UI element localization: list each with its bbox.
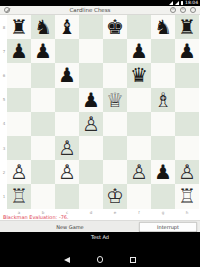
square-g8[interactable]: ♞ [151,15,175,39]
file-label-g: g [151,210,175,215]
piece-p: ♟ [130,41,148,61]
square-b2[interactable] [31,160,55,184]
ad-label: Test Ad [91,234,109,240]
square-f2[interactable]: ♙ [127,160,151,184]
circle-slash-icon[interactable] [4,7,10,13]
square-d3[interactable] [79,136,103,160]
piece-P: ♙ [58,138,76,158]
piece-p: ♟ [178,41,196,61]
square-b1[interactable] [31,184,55,208]
square-e3[interactable] [103,136,127,160]
more-icon[interactable]: ⋮ [190,7,196,13]
piece-p: ♟ [10,41,28,61]
piece-P: ♙ [10,162,28,182]
piece-r: ♜ [10,17,28,37]
rank-label-8: 8 [2,25,7,30]
square-f1[interactable] [127,184,151,208]
piece-n: ♞ [34,17,52,37]
square-d8[interactable] [79,15,103,39]
signal-icon [175,1,179,5]
rank-label-5: 5 [2,97,7,102]
square-b7[interactable]: ♟ [31,39,55,63]
square-h7[interactable]: ♟ [175,39,199,63]
piece-B: ♗ [154,90,172,110]
square-b3[interactable] [31,136,55,160]
piece-k: ♚ [106,17,124,37]
piece-R: ♖ [178,186,196,206]
evaluation-text: Blackman Evaluation: -76. [3,214,69,220]
square-c4[interactable] [55,112,79,136]
square-e6[interactable] [103,63,127,87]
square-c2[interactable]: ♙ [55,160,79,184]
app-bar: Cardline Chess ↺ ↻ ⋮ [0,6,200,15]
piece-P: ♙ [58,162,76,182]
square-e5[interactable]: ♕ [103,88,127,112]
square-f7[interactable]: ♟ [127,39,151,63]
square-f6[interactable]: ♛ [127,63,151,87]
app-screen: 18:04 Cardline Chess ↺ ↻ ⋮ 87654321 ♜♞♝♚… [0,0,200,267]
piece-p: ♟ [82,90,100,110]
square-d6[interactable] [79,63,103,87]
piece-n: ♞ [154,17,172,37]
square-a7[interactable]: ♟ [7,39,31,63]
square-d1[interactable] [79,184,103,208]
square-c3[interactable]: ♙ [55,136,79,160]
square-g2[interactable]: ♟ [151,160,175,184]
square-c5[interactable] [55,88,79,112]
nav-bar [0,252,200,267]
undo-icon[interactable]: ↺ [170,7,176,13]
file-label-h: h [175,210,199,215]
square-d2[interactable] [79,160,103,184]
rank-label-7: 7 [2,49,7,54]
square-b8[interactable]: ♞ [31,15,55,39]
square-c1[interactable] [55,184,79,208]
square-e1[interactable]: ♔ [103,184,127,208]
rank-label-1: 1 [2,194,7,199]
square-g7[interactable] [151,39,175,63]
square-a4[interactable] [7,112,31,136]
square-e4[interactable] [103,112,127,136]
square-c8[interactable]: ♝ [55,15,79,39]
rank-label-2: 2 [2,170,7,175]
square-g5[interactable]: ♗ [151,88,175,112]
piece-R: ♖ [10,186,28,206]
file-label-f: f [127,210,151,215]
square-g4[interactable] [151,112,175,136]
square-f3[interactable] [127,136,151,160]
wifi-icon [169,1,173,5]
redo-icon[interactable]: ↻ [180,7,186,13]
piece-K: ♔ [106,186,124,206]
file-label-d: d [79,210,103,215]
rank-label-6: 6 [2,73,7,78]
square-h2[interactable]: ♙ [175,160,199,184]
square-a8[interactable]: ♜ [7,15,31,39]
piece-p: ♟ [34,41,52,61]
square-d4[interactable]: ♙ [79,112,103,136]
board: ♜♞♝♚♞♜♟♟♟♟♟♛♟♕♗♙♙♙♙♙♟♙♖♔♖ [7,15,199,209]
piece-q: ♛ [130,65,148,85]
interrupt-button[interactable]: Interrupt [139,222,197,232]
square-f5[interactable] [127,88,151,112]
square-e8[interactable]: ♚ [103,15,127,39]
square-h8[interactable]: ♜ [175,15,199,39]
square-g3[interactable] [151,136,175,160]
battery-icon [181,1,184,5]
square-c7[interactable] [55,39,79,63]
square-e7[interactable] [103,39,127,63]
piece-p: ♟ [154,162,172,182]
piece-P: ♙ [178,162,196,182]
square-a2[interactable]: ♙ [7,160,31,184]
square-g6[interactable] [151,63,175,87]
back-icon[interactable] [64,257,70,263]
file-label-e: e [103,210,127,215]
square-h4[interactable] [175,112,199,136]
app-title: Cardline Chess [10,7,170,13]
button-bar: New Game Interrupt [0,220,200,232]
piece-P: ♙ [130,162,148,182]
square-a3[interactable] [7,136,31,160]
square-h6[interactable] [175,63,199,87]
piece-b: ♝ [58,17,76,37]
square-h5[interactable] [175,88,199,112]
square-a5[interactable] [7,88,31,112]
square-b5[interactable] [31,88,55,112]
square-f4[interactable] [127,112,151,136]
square-c6[interactable]: ♟ [55,63,79,87]
app-bar-actions: ↺ ↻ ⋮ [170,7,196,13]
square-h1[interactable]: ♖ [175,184,199,208]
ad-banner[interactable]: Test Ad [0,232,200,252]
square-a1[interactable]: ♖ [7,184,31,208]
square-g1[interactable] [151,184,175,208]
home-icon[interactable] [97,256,104,263]
square-b4[interactable] [31,112,55,136]
rank-label-3: 3 [2,146,7,151]
recents-icon[interactable] [130,257,136,263]
square-d5[interactable]: ♟ [79,88,103,112]
piece-P: ♙ [82,114,100,134]
square-b6[interactable] [31,63,55,87]
square-e2[interactable] [103,160,127,184]
rank-label-4: 4 [2,121,7,126]
piece-p: ♟ [58,65,76,85]
square-a6[interactable] [7,63,31,87]
piece-Q: ♕ [106,90,124,110]
square-d7[interactable] [79,39,103,63]
square-f8[interactable] [127,15,151,39]
square-h3[interactable] [175,136,199,160]
piece-r: ♜ [178,17,196,37]
